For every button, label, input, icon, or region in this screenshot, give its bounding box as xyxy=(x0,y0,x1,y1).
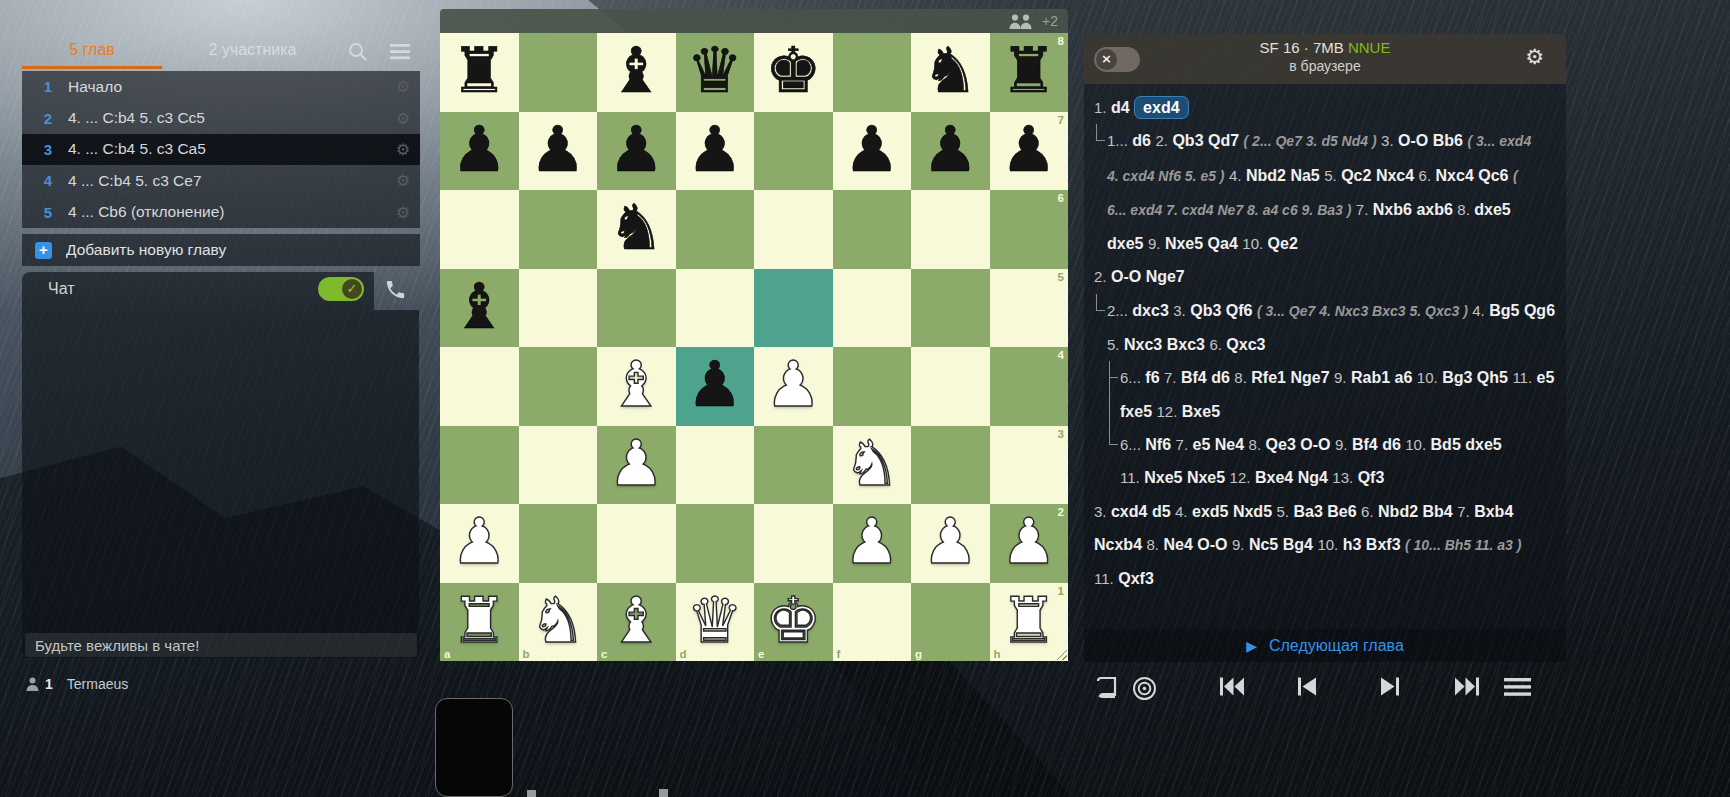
move[interactable]: O-O xyxy=(1111,268,1141,285)
square-c4[interactable]: ♝ xyxy=(597,347,676,426)
square-b4[interactable] xyxy=(519,347,598,426)
chapter-number: 4 xyxy=(22,172,52,189)
white-rook-h1[interactable]: ♜ xyxy=(990,583,1069,662)
move-number: 12. xyxy=(1230,469,1251,486)
move[interactable]: Ba3 xyxy=(1293,503,1322,520)
move[interactable]: fxe5 xyxy=(1120,403,1152,420)
move-number: 11. xyxy=(1094,570,1114,587)
square-f3[interactable]: ♞ xyxy=(833,426,912,505)
move[interactable]: d5 xyxy=(1152,503,1171,520)
square-c5[interactable] xyxy=(597,269,676,348)
square-a2[interactable]: ♟ xyxy=(440,504,519,583)
add-chapter-label: Добавить новую главу xyxy=(52,241,226,259)
black-knight-c6[interactable]: ♞ xyxy=(597,190,676,269)
active-tab-underline xyxy=(22,66,162,69)
square-g5[interactable] xyxy=(911,269,990,348)
move[interactable]: d6 xyxy=(1382,436,1401,453)
square-e8[interactable]: ♚ xyxy=(754,33,833,112)
board-topbar: +2 xyxy=(440,9,1068,33)
square-g7[interactable]: ♟ xyxy=(911,112,990,191)
black-pawn-d4[interactable]: ♟ xyxy=(676,347,755,426)
move[interactable]: f6 xyxy=(1145,369,1159,386)
move[interactable]: Bd5 xyxy=(1431,436,1461,453)
chapter-row-5[interactable]: 54 ... Cb6 (отклонение)⚙ xyxy=(22,197,420,228)
black-pawn-g7[interactable]: ♟ xyxy=(911,112,990,191)
rank-label-5: 5 xyxy=(1058,271,1064,283)
member-name: Termaeus xyxy=(67,676,128,692)
move[interactable]: a6 xyxy=(1395,369,1413,386)
chapter-gear-icon[interactable]: ⚙ xyxy=(386,203,420,222)
chapter-row-4[interactable]: 44 ... C:b4 5. c3 Ce7⚙ xyxy=(22,165,420,196)
square-g4[interactable] xyxy=(911,347,990,426)
first-move-icon[interactable] xyxy=(1219,676,1245,697)
chapter-gear-icon[interactable]: ⚙ xyxy=(386,140,420,159)
black-bishop-c8[interactable]: ♝ xyxy=(597,33,676,112)
chapter-title: 4 ... Cb6 (отклонение) xyxy=(52,203,386,221)
move-line: 11. Nxe5 Nxe5 12. Bxe4 Ng4 13. Qf3 xyxy=(1084,461,1566,494)
variation-tree-line xyxy=(1096,124,1107,158)
tab-chapters[interactable]: 5 глав xyxy=(22,41,162,63)
move[interactable]: Nxc4 xyxy=(1376,167,1414,184)
chapter-title: 4 ... C:b4 5. c3 Ce7 xyxy=(52,172,386,190)
person-icon xyxy=(26,677,39,691)
square-d4[interactable]: ♟ xyxy=(676,347,755,426)
chapter-gear-icon[interactable]: ⚙ xyxy=(386,171,420,190)
black-knight-g8[interactable]: ♞ xyxy=(911,33,990,112)
move[interactable]: Bb4 xyxy=(1423,503,1453,520)
square-f1[interactable]: f xyxy=(833,583,912,662)
move[interactable]: Nxe5 xyxy=(1187,469,1225,486)
move[interactable]: Bg3 xyxy=(1442,369,1472,386)
next-chapter-button[interactable]: ▶ Следующая глава xyxy=(1084,629,1566,662)
square-g6[interactable] xyxy=(911,190,990,269)
move-line: 6... Nf6 7. e5 Ne4 8. Qe3 O-O 9. Bf4 d6 … xyxy=(1084,428,1566,461)
move-line: 1... d6 2. Qb3 Qd7 ( 2... Qe7 3. d5 Nd4 … xyxy=(1084,124,1566,158)
square-a3[interactable] xyxy=(440,426,519,505)
move[interactable]: d6 xyxy=(1211,369,1230,386)
inline-variation[interactable]: ( 2... Qe7 3. d5 Nd4 ) xyxy=(1244,133,1377,149)
square-b3[interactable] xyxy=(519,426,598,505)
move[interactable]: Bg5 xyxy=(1489,302,1519,319)
move[interactable]: O-O xyxy=(1300,436,1330,453)
black-king-e8[interactable]: ♚ xyxy=(754,33,833,112)
move[interactable]: Nbd2 xyxy=(1378,503,1418,520)
move[interactable]: Qf6 xyxy=(1226,302,1253,319)
move-number: 11. xyxy=(1120,469,1140,486)
chapter-number: 2 xyxy=(22,110,52,127)
square-e2[interactable] xyxy=(754,504,833,583)
white-pawn-f2[interactable]: ♟ xyxy=(833,504,912,583)
move[interactable]: Ng4 xyxy=(1298,469,1328,486)
square-c1[interactable]: c♝ xyxy=(597,583,676,662)
chapter-gear-icon[interactable]: ⚙ xyxy=(386,77,420,96)
move[interactable]: Qe3 xyxy=(1266,436,1296,453)
move[interactable]: dxe5 xyxy=(1474,201,1510,218)
chapter-number: 5 xyxy=(22,204,52,221)
plus-icon: + xyxy=(35,242,52,259)
move[interactable]: Na5 xyxy=(1290,167,1319,184)
chapter-row-1[interactable]: 1Начало⚙ xyxy=(22,71,420,102)
move[interactable]: exd5 xyxy=(1192,503,1228,520)
black-rook-h8[interactable]: ♜ xyxy=(990,33,1069,112)
move-number: 5. xyxy=(1107,336,1120,353)
move[interactable]: Bxc3 xyxy=(1167,336,1205,353)
inline-variation[interactable]: ( 10... Bh5 11. a3 ) xyxy=(1405,537,1521,553)
members-count: 1 xyxy=(45,676,53,692)
square-b2[interactable] xyxy=(519,504,598,583)
move[interactable]: Ne4 xyxy=(1163,536,1192,553)
move-line: fxe5 12. Bxe5 xyxy=(1084,395,1566,428)
square-b7[interactable]: ♟ xyxy=(519,112,598,191)
chat-input[interactable] xyxy=(25,633,417,657)
engine-subtitle: в браузере xyxy=(1174,58,1476,74)
square-a8[interactable]: ♜ xyxy=(440,33,519,112)
square-c6[interactable]: ♞ xyxy=(597,190,676,269)
last-move-icon[interactable] xyxy=(1454,676,1480,697)
previous-move-icon[interactable] xyxy=(1297,676,1317,697)
chat-enabled-toggle[interactable]: ✓ xyxy=(318,277,364,301)
move[interactable]: Qa4 xyxy=(1208,235,1238,252)
file-label-g: g xyxy=(915,648,922,660)
move[interactable]: Be6 xyxy=(1327,503,1356,520)
square-g1[interactable]: g xyxy=(911,583,990,662)
square-f4[interactable] xyxy=(833,347,912,426)
inline-variation[interactable]: 6... exd4 7. cxd4 Ne7 8. a4 c6 9. Ba3 ) xyxy=(1107,202,1351,218)
move-number: 9. xyxy=(1148,235,1161,252)
lichess-study-page: 5 глав 2 участника 1Начало⚙24. ... C:b4 … xyxy=(0,0,1730,797)
move[interactable]: Qg6 xyxy=(1524,302,1555,319)
move-number: 3. xyxy=(1173,302,1186,319)
chapter-number: 1 xyxy=(22,78,52,95)
rank-label-6: 6 xyxy=(1058,192,1064,204)
move[interactable]: Ne4 xyxy=(1215,436,1244,453)
square-d1[interactable]: d♛ xyxy=(676,583,755,662)
move-line: 2. O-O Nge7 xyxy=(1084,260,1566,293)
move-number: 6... xyxy=(1120,369,1141,386)
inline-variation[interactable]: ( 3... exd4 xyxy=(1467,133,1531,149)
move[interactable]: Qb3 xyxy=(1190,302,1221,319)
inline-variation[interactable]: 4. cxd4 Nf6 5. e5 ) xyxy=(1107,168,1225,184)
black-pawn-f7[interactable]: ♟ xyxy=(833,112,912,191)
chapter-row-3[interactable]: 34. ... C:b4 5. c3 Ca5⚙ xyxy=(22,134,420,165)
move[interactable]: Nf6 xyxy=(1145,436,1171,453)
move-line: Ncxb4 8. Ne4 O-O 9. Nc5 Bg4 10. h3 Bxf3 … xyxy=(1084,528,1566,562)
move[interactable]: Rfe1 xyxy=(1251,369,1286,386)
play-icon: ▶ xyxy=(1246,638,1257,654)
move-line: 5. Nxc3 Bxc3 6. Qxc3 xyxy=(1084,328,1566,361)
square-h5[interactable]: 5 xyxy=(990,269,1069,348)
move-number: 10. xyxy=(1317,536,1338,553)
move[interactable]: Ncxb4 xyxy=(1094,536,1142,553)
white-pawn-a2[interactable]: ♟ xyxy=(440,504,519,583)
current-move[interactable]: exd4 xyxy=(1134,96,1188,119)
black-pawn-d7[interactable]: ♟ xyxy=(676,112,755,191)
add-chapter-button[interactable]: + Добавить новую главу xyxy=(22,234,420,266)
chapter-gear-icon[interactable]: ⚙ xyxy=(386,109,420,128)
move-number: 1... xyxy=(1107,132,1128,149)
square-d5[interactable] xyxy=(676,269,755,348)
black-pawn-a7[interactable]: ♟ xyxy=(440,112,519,191)
black-pawn-h7[interactable]: ♟ xyxy=(990,112,1069,191)
cutoff-glyph xyxy=(659,789,668,797)
square-b6[interactable] xyxy=(519,190,598,269)
move-number: 5. xyxy=(1276,503,1289,520)
move-number: 4. xyxy=(1175,503,1188,520)
square-a4[interactable] xyxy=(440,347,519,426)
move[interactable]: Bxb4 xyxy=(1474,503,1513,520)
square-a6[interactable] xyxy=(440,190,519,269)
move[interactable]: Nxc3 xyxy=(1124,336,1162,353)
engine-toggle[interactable]: × xyxy=(1094,47,1140,72)
square-d8[interactable]: ♛ xyxy=(676,33,755,112)
square-g2[interactable]: ♟ xyxy=(911,504,990,583)
move[interactable]: Rab1 xyxy=(1351,369,1390,386)
square-c8[interactable]: ♝ xyxy=(597,33,676,112)
move[interactable]: Qe2 xyxy=(1268,235,1298,252)
move-line: 3. cxd4 d5 4. exd5 Nxd5 5. Ba3 Be6 6. Nb… xyxy=(1084,495,1566,528)
opening-book-icon[interactable] xyxy=(1094,676,1120,700)
move-number: 6. xyxy=(1209,336,1222,353)
white-pawn-e4[interactable]: ♟ xyxy=(754,347,833,426)
move[interactable]: Nge7 xyxy=(1146,268,1185,285)
move-number: 7. xyxy=(1457,503,1470,520)
square-e7[interactable] xyxy=(754,112,833,191)
variation-tree-line xyxy=(1109,361,1120,394)
square-h3[interactable]: 3 xyxy=(990,426,1069,505)
square-f6[interactable] xyxy=(833,190,912,269)
move-number: 7. xyxy=(1176,436,1189,453)
move-number: 4. xyxy=(1472,302,1485,319)
square-b5[interactable] xyxy=(519,269,598,348)
voice-chat-phone-icon[interactable] xyxy=(384,278,410,302)
square-e3[interactable] xyxy=(754,426,833,505)
black-pawn-c7[interactable]: ♟ xyxy=(597,112,676,191)
move[interactable]: h3 xyxy=(1343,536,1362,553)
white-pawn-g2[interactable]: ♟ xyxy=(911,504,990,583)
square-f5[interactable] xyxy=(833,269,912,348)
square-c3[interactable]: ♟ xyxy=(597,426,676,505)
square-g8[interactable]: ♞ xyxy=(911,33,990,112)
move[interactable]: Nxe5 xyxy=(1144,469,1182,486)
tab-members[interactable]: 2 участника xyxy=(180,41,325,63)
engine-settings-gear-icon[interactable]: ⚙ xyxy=(1525,45,1544,69)
toggle-check-icon: ✓ xyxy=(342,279,362,299)
move[interactable]: Qc6 xyxy=(1478,167,1508,184)
square-g3[interactable] xyxy=(911,426,990,505)
move[interactable]: Bxf3 xyxy=(1366,536,1401,553)
move-line: 1. d4 exd4 xyxy=(1084,91,1566,124)
move-number: 1. xyxy=(1094,99,1107,116)
black-bishop-a5[interactable]: ♝ xyxy=(440,269,519,348)
white-knight-f3[interactable]: ♞ xyxy=(833,426,912,505)
move-number: 7. xyxy=(1356,201,1369,218)
move-number: 8. xyxy=(1457,201,1470,218)
move-number: 3. xyxy=(1381,132,1394,149)
move-number: 12. xyxy=(1156,403,1177,420)
move-number: 4. xyxy=(1229,167,1242,184)
square-d6[interactable] xyxy=(676,190,755,269)
square-d3[interactable] xyxy=(676,426,755,505)
square-e1[interactable]: e♚ xyxy=(754,583,833,662)
cutoff-glyph xyxy=(527,790,536,797)
white-bishop-c4[interactable]: ♝ xyxy=(597,347,676,426)
rank-label-4: 4 xyxy=(1058,349,1064,361)
chat-panel: Чат ✓ xyxy=(22,272,419,658)
file-label-f: f xyxy=(837,648,841,660)
chapter-title: Начало xyxy=(52,78,386,96)
move[interactable]: Qxf3 xyxy=(1118,570,1154,587)
black-rook-a8[interactable]: ♜ xyxy=(440,33,519,112)
next-chapter-label: Следующая глава xyxy=(1269,637,1404,655)
square-e5[interactable] xyxy=(754,269,833,348)
move-line: 6... f6 7. Bf4 d6 8. Rfe1 Nge7 9. Rab1 a… xyxy=(1084,361,1566,394)
move[interactable]: d6 xyxy=(1132,132,1151,149)
inline-variation[interactable]: ( xyxy=(1513,168,1518,184)
white-queen-d1[interactable]: ♛ xyxy=(676,583,755,662)
move[interactable]: dxe5 xyxy=(1107,235,1143,252)
move[interactable]: Bxe4 xyxy=(1255,469,1293,486)
square-d7[interactable]: ♟ xyxy=(676,112,755,191)
move-number: 5. xyxy=(1324,167,1337,184)
white-pawn-h2[interactable]: ♟ xyxy=(990,504,1069,583)
move-number: 13. xyxy=(1332,469,1353,486)
variation-tree-line xyxy=(1109,395,1120,428)
square-h8[interactable]: 8♜ xyxy=(990,33,1069,112)
move-number: 10. xyxy=(1242,235,1263,252)
square-f2[interactable]: ♟ xyxy=(833,504,912,583)
square-h6[interactable]: 6 xyxy=(990,190,1069,269)
chess-board: ♜♝♛♚♞8♜♟♟♟♟♟♟7♟♞6♝5♝♟♟4♟♞3♟♟♟2♟a♜b♞c♝d♛e… xyxy=(440,33,1068,661)
move-number: 8. xyxy=(1146,536,1159,553)
white-pawn-c3[interactable]: ♟ xyxy=(597,426,676,505)
move[interactable]: Nxe5 xyxy=(1165,235,1203,252)
square-e4[interactable]: ♟ xyxy=(754,347,833,426)
white-king-e1[interactable]: ♚ xyxy=(754,583,833,662)
square-h1[interactable]: 1h♜ xyxy=(990,583,1069,662)
chapter-title: 4. ... C:b4 5. c3 Ca5 xyxy=(52,140,386,158)
square-d2[interactable] xyxy=(676,504,755,583)
move-line: 6... exd4 7. cxd4 Ne7 8. a4 c6 9. Ba3 ) … xyxy=(1084,193,1566,227)
white-bishop-c1[interactable]: ♝ xyxy=(597,583,676,662)
black-queen-d8[interactable]: ♛ xyxy=(676,33,755,112)
move[interactable]: dxc3 xyxy=(1132,302,1168,319)
move[interactable]: Nge7 xyxy=(1290,369,1329,386)
move-number: 10. xyxy=(1405,436,1426,453)
menu-hamburger-icon[interactable] xyxy=(390,44,410,64)
black-pawn-b7[interactable]: ♟ xyxy=(519,112,598,191)
move[interactable]: Bf4 xyxy=(1181,369,1207,386)
move[interactable]: Qxc3 xyxy=(1226,336,1265,353)
move[interactable]: Qd7 xyxy=(1208,132,1239,149)
square-h7[interactable]: 7♟ xyxy=(990,112,1069,191)
square-b1[interactable]: b♞ xyxy=(519,583,598,662)
move[interactable]: Nxd5 xyxy=(1233,503,1272,520)
move[interactable]: cxd4 xyxy=(1111,503,1147,520)
practice-target-icon[interactable] xyxy=(1132,676,1157,701)
members-icon xyxy=(1009,14,1037,29)
chapter-title: 4. ... C:b4 5. c3 Cc5 xyxy=(52,109,386,127)
move[interactable]: dxe5 xyxy=(1465,436,1501,453)
square-e6[interactable] xyxy=(754,190,833,269)
move-number: 2... xyxy=(1107,302,1128,319)
chapter-list: 1Начало⚙24. ... C:b4 5. c3 Cc5⚙34. ... C… xyxy=(22,71,420,228)
move-number: 2. xyxy=(1155,132,1168,149)
engine-header: × SF 16 · 7MB NNUE в браузере ⚙ xyxy=(1084,34,1566,84)
move[interactable]: Bg4 xyxy=(1283,536,1313,553)
square-c2[interactable] xyxy=(597,504,676,583)
move-number: 9. xyxy=(1335,436,1348,453)
square-a5[interactable]: ♝ xyxy=(440,269,519,348)
move[interactable]: Bxe5 xyxy=(1182,403,1220,420)
move-number: 8. xyxy=(1249,436,1262,453)
move[interactable]: Nc5 xyxy=(1249,536,1278,553)
move[interactable]: e5 xyxy=(1193,436,1211,453)
white-knight-b1[interactable]: ♞ xyxy=(519,583,598,662)
square-a7[interactable]: ♟ xyxy=(440,112,519,191)
move-number: 8. xyxy=(1234,369,1247,386)
move[interactable]: Qc2 xyxy=(1341,167,1371,184)
move[interactable]: O-O xyxy=(1197,536,1227,553)
move-number: 2. xyxy=(1094,268,1107,285)
move-line: 4. cxd4 Nf6 5. e5 ) 4. Nbd2 Na5 5. Qc2 N… xyxy=(1084,159,1566,193)
move-number: 6. xyxy=(1361,503,1374,520)
next-move-icon[interactable] xyxy=(1380,676,1400,697)
engine-name: SF 16 · 7MB xyxy=(1260,39,1344,56)
search-icon[interactable] xyxy=(348,42,367,65)
rank-label-3: 3 xyxy=(1058,428,1064,440)
chat-title: Чат xyxy=(48,280,75,298)
analysis-menu-icon[interactable] xyxy=(1504,678,1531,696)
square-f8[interactable] xyxy=(833,33,912,112)
square-c7[interactable]: ♟ xyxy=(597,112,676,191)
toggle-cross-icon: × xyxy=(1096,49,1117,70)
chapter-row-2[interactable]: 24. ... C:b4 5. c3 Cc5⚙ xyxy=(22,102,420,133)
move[interactable]: Qf3 xyxy=(1358,469,1385,486)
cutoff-panel-below-board xyxy=(435,698,513,797)
online-members-row: 1 Termaeus xyxy=(26,676,128,692)
move[interactable]: Nxc4 xyxy=(1436,167,1474,184)
chapter-number: 3 xyxy=(22,141,52,158)
move-line: dxe5 9. Nxe5 Qa4 10. Qe2 xyxy=(1084,227,1566,260)
move-line: 2... dxc3 3. Qb3 Qf6 ( 3... Qe7 4. Nxc3 … xyxy=(1084,294,1566,328)
variation-tree-line xyxy=(1109,428,1120,461)
square-h2[interactable]: 2♟ xyxy=(990,504,1069,583)
square-a1[interactable]: a♜ xyxy=(440,583,519,662)
inline-variation[interactable]: ( 3... Qe7 4. Nxc3 Bxc3 5. Qxc3 ) xyxy=(1257,303,1468,319)
move-line: 11. Qxf3 xyxy=(1084,562,1566,595)
analysis-toolbar xyxy=(1084,672,1566,708)
move[interactable]: Qb3 xyxy=(1172,132,1203,149)
square-b8[interactable] xyxy=(519,33,598,112)
move-number: 7. xyxy=(1164,369,1177,386)
square-h4[interactable]: 4 xyxy=(990,347,1069,426)
move[interactable]: d4 xyxy=(1111,99,1130,116)
engine-nnue-badge: NNUE xyxy=(1348,39,1391,56)
square-f7[interactable]: ♟ xyxy=(833,112,912,191)
move[interactable]: Nxb6 xyxy=(1373,201,1412,218)
members-count-badge: +2 xyxy=(1042,13,1058,29)
move[interactable]: e5 xyxy=(1537,369,1555,386)
move[interactable]: Qh5 xyxy=(1477,369,1508,386)
move[interactable]: axb6 xyxy=(1416,201,1452,218)
move-number: 9. xyxy=(1334,369,1347,386)
white-rook-a1[interactable]: ♜ xyxy=(440,583,519,662)
move-number: 11. xyxy=(1512,369,1532,386)
move[interactable]: Bf4 xyxy=(1352,436,1378,453)
move[interactable]: Bb6 xyxy=(1433,132,1463,149)
move[interactable]: Nbd2 xyxy=(1246,167,1286,184)
move[interactable]: O-O xyxy=(1398,132,1428,149)
